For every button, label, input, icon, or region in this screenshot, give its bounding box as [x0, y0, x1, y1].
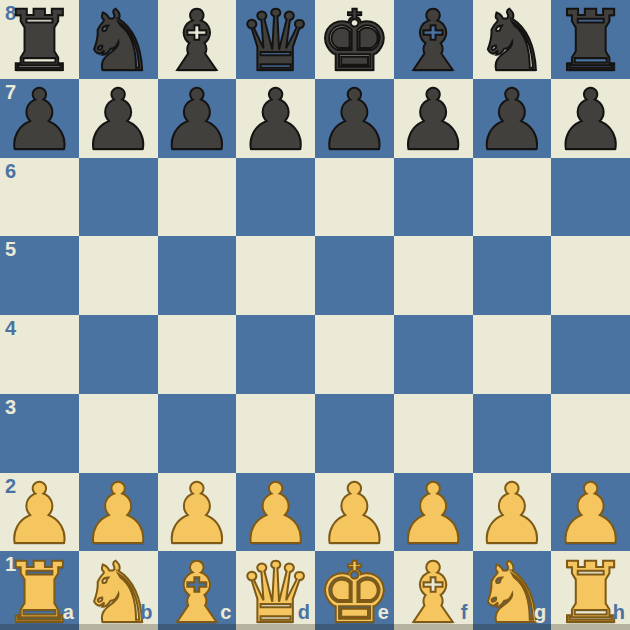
- piece-black-rook[interactable]: ♜: [553, 0, 628, 79]
- piece-black-king[interactable]: ♚: [317, 0, 392, 79]
- square-g5[interactable]: [473, 236, 552, 315]
- square-e8[interactable]: ♚: [315, 0, 394, 79]
- square-h2[interactable]: ♟: [551, 473, 630, 552]
- square-b3[interactable]: [79, 394, 158, 473]
- rank-label-5: 5: [5, 239, 16, 259]
- piece-white-pawn[interactable]: ♟: [159, 473, 234, 552]
- square-h7[interactable]: ♟: [551, 79, 630, 158]
- square-d7[interactable]: ♟: [236, 79, 315, 158]
- square-e2[interactable]: ♟: [315, 473, 394, 552]
- file-label-d: d: [298, 602, 310, 622]
- file-label-f: f: [461, 602, 468, 622]
- square-b1[interactable]: ♞b: [79, 551, 158, 630]
- square-d1[interactable]: ♛d: [236, 551, 315, 630]
- square-a7[interactable]: 7♟: [0, 79, 79, 158]
- square-h4[interactable]: [551, 315, 630, 394]
- square-d5[interactable]: [236, 236, 315, 315]
- square-e3[interactable]: [315, 394, 394, 473]
- square-f2[interactable]: ♟: [394, 473, 473, 552]
- square-h3[interactable]: [551, 394, 630, 473]
- piece-black-bishop[interactable]: ♝: [395, 0, 470, 79]
- square-g3[interactable]: [473, 394, 552, 473]
- square-d4[interactable]: [236, 315, 315, 394]
- square-a6[interactable]: 6: [0, 158, 79, 237]
- file-label-e: e: [378, 602, 389, 622]
- file-label-b: b: [140, 602, 152, 622]
- square-b7[interactable]: ♟: [79, 79, 158, 158]
- square-a2[interactable]: 2♟: [0, 473, 79, 552]
- square-a8[interactable]: 8♜: [0, 0, 79, 79]
- square-a4[interactable]: 4: [0, 315, 79, 394]
- square-c3[interactable]: [158, 394, 237, 473]
- piece-white-pawn[interactable]: ♟: [395, 473, 470, 552]
- square-c4[interactable]: [158, 315, 237, 394]
- square-b8[interactable]: ♞: [79, 0, 158, 79]
- piece-black-pawn[interactable]: ♟: [238, 79, 313, 158]
- square-f4[interactable]: [394, 315, 473, 394]
- piece-black-rook[interactable]: ♜: [2, 0, 77, 79]
- square-b6[interactable]: [79, 158, 158, 237]
- square-c8[interactable]: ♝: [158, 0, 237, 79]
- square-f1[interactable]: ♝f: [394, 551, 473, 630]
- piece-white-pawn[interactable]: ♟: [238, 473, 313, 552]
- square-b4[interactable]: [79, 315, 158, 394]
- square-b2[interactable]: ♟: [79, 473, 158, 552]
- piece-black-knight[interactable]: ♞: [474, 0, 549, 79]
- square-f8[interactable]: ♝: [394, 0, 473, 79]
- square-g2[interactable]: ♟: [473, 473, 552, 552]
- piece-black-queen[interactable]: ♛: [238, 0, 313, 79]
- square-h5[interactable]: [551, 236, 630, 315]
- square-c5[interactable]: [158, 236, 237, 315]
- piece-black-pawn[interactable]: ♟: [474, 79, 549, 158]
- square-g4[interactable]: [473, 315, 552, 394]
- square-f7[interactable]: ♟: [394, 79, 473, 158]
- piece-black-pawn[interactable]: ♟: [395, 79, 470, 158]
- piece-black-knight[interactable]: ♞: [80, 0, 155, 79]
- piece-white-pawn[interactable]: ♟: [2, 473, 77, 552]
- square-g7[interactable]: ♟: [473, 79, 552, 158]
- square-e5[interactable]: [315, 236, 394, 315]
- piece-white-pawn[interactable]: ♟: [553, 473, 628, 552]
- square-e4[interactable]: [315, 315, 394, 394]
- square-f5[interactable]: [394, 236, 473, 315]
- piece-black-pawn[interactable]: ♟: [317, 79, 392, 158]
- square-c6[interactable]: [158, 158, 237, 237]
- square-f3[interactable]: [394, 394, 473, 473]
- square-h6[interactable]: [551, 158, 630, 237]
- piece-white-pawn[interactable]: ♟: [80, 473, 155, 552]
- square-d8[interactable]: ♛: [236, 0, 315, 79]
- piece-white-bishop[interactable]: ♝: [395, 551, 470, 630]
- square-g8[interactable]: ♞: [473, 0, 552, 79]
- square-h1[interactable]: ♜h: [551, 551, 630, 630]
- square-c1[interactable]: ♝c: [158, 551, 237, 630]
- square-a5[interactable]: 5: [0, 236, 79, 315]
- square-e7[interactable]: ♟: [315, 79, 394, 158]
- file-label-h: h: [613, 602, 625, 622]
- square-d6[interactable]: [236, 158, 315, 237]
- square-f6[interactable]: [394, 158, 473, 237]
- square-b5[interactable]: [79, 236, 158, 315]
- square-c2[interactable]: ♟: [158, 473, 237, 552]
- square-e1[interactable]: ♚e: [315, 551, 394, 630]
- rank-label-4: 4: [5, 318, 16, 338]
- square-c7[interactable]: ♟: [158, 79, 237, 158]
- square-h8[interactable]: ♜: [551, 0, 630, 79]
- piece-black-pawn[interactable]: ♟: [80, 79, 155, 158]
- file-label-g: g: [534, 602, 546, 622]
- square-g6[interactable]: [473, 158, 552, 237]
- rank-label-6: 6: [5, 161, 16, 181]
- piece-black-pawn[interactable]: ♟: [159, 79, 234, 158]
- rank-label-3: 3: [5, 397, 16, 417]
- piece-white-pawn[interactable]: ♟: [474, 473, 549, 552]
- square-a3[interactable]: 3: [0, 394, 79, 473]
- piece-black-bishop[interactable]: ♝: [159, 0, 234, 79]
- file-label-c: c: [220, 602, 231, 622]
- chess-board: 8♜♞♝♛♚♝♞♜7♟♟♟♟♟♟♟♟65432♟♟♟♟♟♟♟♟1♜a♞b♝c♛d…: [0, 0, 630, 630]
- piece-black-pawn[interactable]: ♟: [553, 79, 628, 158]
- square-g1[interactable]: ♞g: [473, 551, 552, 630]
- piece-white-pawn[interactable]: ♟: [317, 473, 392, 552]
- square-e6[interactable]: [315, 158, 394, 237]
- piece-black-pawn[interactable]: ♟: [2, 79, 77, 158]
- file-label-a: a: [63, 602, 74, 622]
- square-a1[interactable]: 1♜a: [0, 551, 79, 630]
- square-d3[interactable]: [236, 394, 315, 473]
- square-d2[interactable]: ♟: [236, 473, 315, 552]
